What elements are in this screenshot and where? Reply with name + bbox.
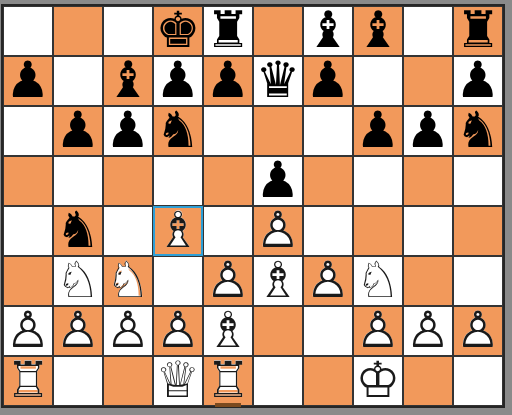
game-root: ♚♜♝♝♜♟♝♟♟♛♟♟♟♟♞♟♟♞♟♞♝♗♟♙♞♘♞♘♟♙♝♗♟♙♞♘♟♙♟♙… bbox=[0, 0, 512, 415]
square-j8[interactable]: ♜ bbox=[453, 6, 503, 56]
square-a2[interactable]: ♟♙ bbox=[3, 306, 53, 356]
square-a4[interactable] bbox=[3, 206, 53, 256]
white-pawn[interactable]: ♟♙ bbox=[253, 206, 303, 256]
square-c8[interactable] bbox=[103, 6, 153, 56]
square-d5[interactable] bbox=[153, 156, 203, 206]
square-a1[interactable]: ♜♖ bbox=[3, 356, 53, 406]
black-pawn[interactable]: ♟ bbox=[303, 56, 353, 106]
square-i4[interactable] bbox=[403, 206, 453, 256]
black-rook[interactable]: ♜ bbox=[203, 6, 253, 56]
black-queen[interactable]: ♛ bbox=[253, 56, 303, 106]
square-f7[interactable]: ♛ bbox=[253, 56, 303, 106]
white-knight[interactable]: ♞♘ bbox=[103, 256, 153, 306]
square-g1[interactable] bbox=[303, 356, 353, 406]
white-rook[interactable]: ♜♖ bbox=[203, 356, 253, 406]
black-pawn[interactable]: ♟ bbox=[353, 106, 403, 156]
black-knight[interactable]: ♞ bbox=[53, 206, 103, 256]
square-i7[interactable] bbox=[403, 56, 453, 106]
square-h6[interactable]: ♟ bbox=[353, 106, 403, 156]
board: ♚♜♝♝♜♟♝♟♟♛♟♟♟♟♞♟♟♞♟♞♝♗♟♙♞♘♞♘♟♙♝♗♟♙♞♘♟♙♟♙… bbox=[1, 4, 505, 408]
square-e1[interactable]: ♜♖ bbox=[203, 356, 253, 406]
square-i6[interactable]: ♟ bbox=[403, 106, 453, 156]
square-c1[interactable] bbox=[103, 356, 153, 406]
white-pawn[interactable]: ♟♙ bbox=[103, 306, 153, 356]
square-h7[interactable] bbox=[353, 56, 403, 106]
square-h5[interactable] bbox=[353, 156, 403, 206]
square-d6[interactable]: ♞ bbox=[153, 106, 203, 156]
black-rook[interactable]: ♜ bbox=[453, 6, 503, 56]
square-i2[interactable]: ♟♙ bbox=[403, 306, 453, 356]
square-e2[interactable]: ♝♗ bbox=[203, 306, 253, 356]
black-knight[interactable]: ♞ bbox=[153, 106, 203, 156]
square-i8[interactable] bbox=[403, 6, 453, 56]
square-g5[interactable] bbox=[303, 156, 353, 206]
black-pawn[interactable]: ♟ bbox=[3, 56, 53, 106]
white-king[interactable]: ♚♔ bbox=[353, 356, 403, 406]
square-h4[interactable] bbox=[353, 206, 403, 256]
black-knight[interactable]: ♞ bbox=[453, 106, 503, 156]
black-bishop[interactable]: ♝ bbox=[353, 6, 403, 56]
square-g2[interactable] bbox=[303, 306, 353, 356]
black-pawn[interactable]: ♟ bbox=[203, 56, 253, 106]
square-c5[interactable] bbox=[103, 156, 153, 206]
white-bishop[interactable]: ♝♗ bbox=[253, 256, 303, 306]
square-d4[interactable]: ♝♗ bbox=[153, 206, 203, 256]
square-f2[interactable] bbox=[253, 306, 303, 356]
square-j2[interactable]: ♟♙ bbox=[453, 306, 503, 356]
square-g3[interactable]: ♟♙ bbox=[303, 256, 353, 306]
white-pawn[interactable]: ♟♙ bbox=[53, 306, 103, 356]
square-e6[interactable] bbox=[203, 106, 253, 156]
black-pawn[interactable]: ♟ bbox=[153, 56, 203, 106]
square-g6[interactable] bbox=[303, 106, 353, 156]
square-i5[interactable] bbox=[403, 156, 453, 206]
black-pawn[interactable]: ♟ bbox=[253, 156, 303, 206]
square-c6[interactable]: ♟ bbox=[103, 106, 153, 156]
white-bishop[interactable]: ♝♗ bbox=[153, 206, 203, 256]
square-b1[interactable] bbox=[53, 356, 103, 406]
square-j4[interactable] bbox=[453, 206, 503, 256]
piece-shadow-bar bbox=[215, 403, 241, 407]
black-pawn[interactable]: ♟ bbox=[403, 106, 453, 156]
square-e5[interactable] bbox=[203, 156, 253, 206]
square-f1[interactable] bbox=[253, 356, 303, 406]
square-a8[interactable] bbox=[3, 6, 53, 56]
square-j3[interactable] bbox=[453, 256, 503, 306]
square-a5[interactable] bbox=[3, 156, 53, 206]
square-g7[interactable]: ♟ bbox=[303, 56, 353, 106]
square-e3[interactable]: ♟♙ bbox=[203, 256, 253, 306]
white-knight[interactable]: ♞♘ bbox=[53, 256, 103, 306]
square-f8[interactable] bbox=[253, 6, 303, 56]
square-c3[interactable]: ♞♘ bbox=[103, 256, 153, 306]
square-e8[interactable]: ♜ bbox=[203, 6, 253, 56]
square-j5[interactable] bbox=[453, 156, 503, 206]
square-b5[interactable] bbox=[53, 156, 103, 206]
white-knight[interactable]: ♞♘ bbox=[353, 256, 403, 306]
square-d3[interactable] bbox=[153, 256, 203, 306]
square-h1[interactable]: ♚♔ bbox=[353, 356, 403, 406]
white-pawn[interactable]: ♟♙ bbox=[153, 306, 203, 356]
white-pawn[interactable]: ♟♙ bbox=[453, 306, 503, 356]
white-bishop[interactable]: ♝♗ bbox=[203, 306, 253, 356]
square-b3[interactable]: ♞♘ bbox=[53, 256, 103, 306]
square-f4[interactable]: ♟♙ bbox=[253, 206, 303, 256]
black-bishop[interactable]: ♝ bbox=[103, 56, 153, 106]
square-b8[interactable] bbox=[53, 6, 103, 56]
square-g8[interactable]: ♝ bbox=[303, 6, 353, 56]
square-c7[interactable]: ♝ bbox=[103, 56, 153, 106]
black-pawn[interactable]: ♟ bbox=[53, 106, 103, 156]
white-pawn[interactable]: ♟♙ bbox=[3, 306, 53, 356]
square-h2[interactable]: ♟♙ bbox=[353, 306, 403, 356]
square-i3[interactable] bbox=[403, 256, 453, 306]
square-b7[interactable] bbox=[53, 56, 103, 106]
square-a3[interactable] bbox=[3, 256, 53, 306]
white-pawn[interactable]: ♟♙ bbox=[353, 306, 403, 356]
square-f6[interactable] bbox=[253, 106, 303, 156]
square-d2[interactable]: ♟♙ bbox=[153, 306, 203, 356]
square-j1[interactable] bbox=[453, 356, 503, 406]
square-e7[interactable]: ♟ bbox=[203, 56, 253, 106]
square-j7[interactable]: ♟ bbox=[453, 56, 503, 106]
square-i1[interactable] bbox=[403, 356, 453, 406]
black-bishop[interactable]: ♝ bbox=[303, 6, 353, 56]
square-e4[interactable] bbox=[203, 206, 253, 256]
white-rook[interactable]: ♜♖ bbox=[3, 356, 53, 406]
square-h3[interactable]: ♞♘ bbox=[353, 256, 403, 306]
black-pawn[interactable]: ♟ bbox=[453, 56, 503, 106]
white-pawn[interactable]: ♟♙ bbox=[303, 256, 353, 306]
square-d7[interactable]: ♟ bbox=[153, 56, 203, 106]
square-b6[interactable]: ♟ bbox=[53, 106, 103, 156]
black-pawn[interactable]: ♟ bbox=[103, 106, 153, 156]
square-d8[interactable]: ♚ bbox=[153, 6, 203, 56]
square-f5[interactable]: ♟ bbox=[253, 156, 303, 206]
square-b2[interactable]: ♟♙ bbox=[53, 306, 103, 356]
square-c4[interactable] bbox=[103, 206, 153, 256]
black-king[interactable]: ♚ bbox=[153, 6, 203, 56]
square-f3[interactable]: ♝♗ bbox=[253, 256, 303, 306]
square-j6[interactable]: ♞ bbox=[453, 106, 503, 156]
square-h8[interactable]: ♝ bbox=[353, 6, 403, 56]
square-c2[interactable]: ♟♙ bbox=[103, 306, 153, 356]
square-g4[interactable] bbox=[303, 206, 353, 256]
square-b4[interactable]: ♞ bbox=[53, 206, 103, 256]
square-d1[interactable]: ♛♕ bbox=[153, 356, 203, 406]
white-pawn[interactable]: ♟♙ bbox=[203, 256, 253, 306]
square-a6[interactable] bbox=[3, 106, 53, 156]
square-a7[interactable]: ♟ bbox=[3, 56, 53, 106]
white-queen[interactable]: ♛♕ bbox=[153, 356, 203, 406]
white-pawn[interactable]: ♟♙ bbox=[403, 306, 453, 356]
